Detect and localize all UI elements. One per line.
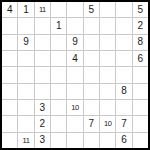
cell-r2c2[interactable] [18, 18, 33, 33]
cell-r9c5[interactable] [67, 133, 82, 148]
cell-r7c2[interactable] [18, 100, 33, 115]
cell-r4c1[interactable] [2, 51, 17, 66]
cell-r5c3[interactable] [35, 67, 50, 82]
cell-r8c8-clue: 7 [116, 116, 131, 131]
cell-r4c2[interactable] [18, 51, 33, 66]
cell-r9c8-clue: 6 [116, 133, 131, 148]
cell-r8c1[interactable] [2, 116, 17, 131]
cell-r6c4[interactable] [51, 84, 66, 99]
cell-r4c4[interactable] [51, 51, 66, 66]
cell-r7c3-clue: 3 [35, 100, 50, 115]
cell-r4c6[interactable] [84, 51, 99, 66]
cell-r3c6[interactable] [84, 35, 99, 50]
cell-r2c4-clue: 1 [51, 18, 66, 33]
cell-r9c7[interactable] [100, 133, 115, 148]
cell-r6c7[interactable] [100, 84, 115, 99]
cell-r7c5-clue: 10 [67, 100, 82, 115]
cell-r3c7[interactable] [100, 35, 115, 50]
cell-r2c7[interactable] [100, 18, 115, 33]
cell-r3c9-clue: 8 [133, 35, 148, 50]
cell-r9c6[interactable] [84, 133, 99, 148]
cell-r6c1[interactable] [2, 84, 17, 99]
cell-r3c8[interactable] [116, 35, 131, 50]
cell-r4c8[interactable] [116, 51, 131, 66]
cell-r9c1[interactable] [2, 133, 17, 148]
cell-r5c1[interactable] [2, 67, 17, 82]
cell-r2c5[interactable] [67, 18, 82, 33]
cell-r7c8[interactable] [116, 100, 131, 115]
cell-r5c9[interactable] [133, 67, 148, 82]
cell-r9c4[interactable] [51, 133, 66, 148]
cell-r3c5-clue: 9 [67, 35, 82, 50]
cell-r4c7[interactable] [100, 51, 115, 66]
cell-r8c4[interactable] [51, 116, 66, 131]
cell-r6c9[interactable] [133, 84, 148, 99]
cell-r1c2-clue: 1 [18, 2, 33, 17]
cell-r5c4[interactable] [51, 67, 66, 82]
cell-r8c7-clue: 10 [100, 116, 115, 131]
cell-r1c6-clue: 5 [84, 2, 99, 17]
cell-r3c3[interactable] [35, 35, 50, 50]
cell-r5c2[interactable] [18, 67, 33, 82]
cell-r7c9[interactable] [133, 100, 148, 115]
cell-r7c7[interactable] [100, 100, 115, 115]
cell-r1c4[interactable] [51, 2, 66, 17]
cell-r7c6[interactable] [84, 100, 99, 115]
cell-r6c2[interactable] [18, 84, 33, 99]
cell-r2c9-clue: 2 [133, 18, 148, 33]
cell-r1c1-clue: 4 [2, 2, 17, 17]
cell-r5c6[interactable] [84, 67, 99, 82]
cell-r6c5[interactable] [67, 84, 82, 99]
cell-r2c1[interactable] [2, 18, 17, 33]
cell-r6c8-clue: 8 [116, 84, 131, 99]
cell-r6c6[interactable] [84, 84, 99, 99]
cell-r8c6-clue: 7 [84, 116, 99, 131]
cell-r9c2-clue: 11 [18, 133, 33, 148]
fillomino-board: 41115512998468310271071136 [0, 0, 150, 150]
cell-r9c9[interactable] [133, 133, 148, 148]
cell-r2c6[interactable] [84, 18, 99, 33]
cell-r8c5[interactable] [67, 116, 82, 131]
cell-r4c3[interactable] [35, 51, 50, 66]
cell-r1c9-clue: 5 [133, 2, 148, 17]
cell-r5c7[interactable] [100, 67, 115, 82]
cell-r1c5[interactable] [67, 2, 82, 17]
cell-r5c5[interactable] [67, 67, 82, 82]
cell-r4c5-clue: 4 [67, 51, 82, 66]
cell-r6c3[interactable] [35, 84, 50, 99]
cell-r5c8[interactable] [116, 67, 131, 82]
cell-r3c2-clue: 9 [18, 35, 33, 50]
cell-r1c3-clue: 11 [35, 2, 50, 17]
cell-r1c8[interactable] [116, 2, 131, 17]
cell-r4c9-clue: 6 [133, 51, 148, 66]
cell-r9c3-clue: 3 [35, 133, 50, 148]
cell-r3c1[interactable] [2, 35, 17, 50]
cell-r7c4[interactable] [51, 100, 66, 115]
cell-r8c2[interactable] [18, 116, 33, 131]
cell-r8c3-clue: 2 [35, 116, 50, 131]
cell-r8c9[interactable] [133, 116, 148, 131]
cell-r2c3[interactable] [35, 18, 50, 33]
cell-r3c4[interactable] [51, 35, 66, 50]
cell-r1c7[interactable] [100, 2, 115, 17]
cell-r7c1[interactable] [2, 100, 17, 115]
cell-r2c8[interactable] [116, 18, 131, 33]
